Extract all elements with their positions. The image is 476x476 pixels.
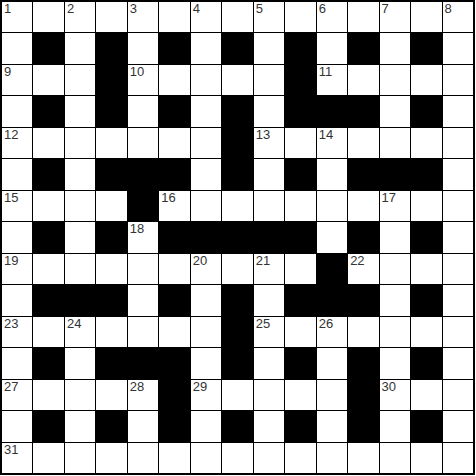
black-cell [159, 96, 189, 126]
white-cell[interactable] [128, 254, 158, 284]
white-cell[interactable] [65, 65, 95, 95]
clue-number: 4 [193, 2, 200, 16]
white-cell[interactable] [380, 65, 410, 95]
black-cell [411, 285, 441, 315]
white-cell[interactable] [411, 254, 441, 284]
white-cell[interactable] [191, 317, 221, 347]
black-cell [33, 96, 63, 126]
white-cell[interactable] [443, 348, 473, 378]
black-cell [159, 159, 189, 189]
white-cell[interactable]: 6 [317, 2, 347, 32]
white-cell[interactable] [96, 380, 126, 410]
white-cell[interactable]: 25 [254, 317, 284, 347]
white-cell[interactable] [96, 191, 126, 221]
white-cell[interactable] [65, 380, 95, 410]
clue-number: 14 [319, 128, 333, 142]
white-cell[interactable]: 21 [254, 254, 284, 284]
black-cell [159, 380, 189, 410]
black-cell [348, 159, 378, 189]
black-cell [411, 411, 441, 441]
black-cell [159, 285, 189, 315]
black-cell [285, 222, 315, 252]
white-cell[interactable] [65, 443, 95, 473]
white-cell[interactable] [285, 380, 315, 410]
white-cell[interactable] [2, 285, 32, 315]
white-cell[interactable] [317, 411, 347, 441]
white-cell[interactable]: 8 [443, 2, 473, 32]
white-cell[interactable]: 29 [191, 380, 221, 410]
black-cell [159, 411, 189, 441]
white-cell[interactable] [317, 348, 347, 378]
white-cell[interactable]: 14 [317, 128, 347, 158]
clue-number: 19 [4, 254, 18, 268]
clue-number: 13 [256, 128, 270, 142]
black-cell [222, 128, 252, 158]
white-cell[interactable] [254, 191, 284, 221]
white-cell[interactable]: 16 [159, 191, 189, 221]
white-cell[interactable] [33, 254, 63, 284]
black-cell [317, 285, 347, 315]
white-cell[interactable] [317, 191, 347, 221]
clue-number: 1 [4, 2, 11, 16]
white-cell[interactable] [191, 33, 221, 63]
white-cell[interactable] [443, 159, 473, 189]
clue-number: 15 [4, 191, 18, 205]
white-cell[interactable] [191, 159, 221, 189]
white-cell[interactable] [96, 317, 126, 347]
white-cell[interactable] [411, 2, 441, 32]
black-cell [222, 96, 252, 126]
white-cell[interactable] [348, 128, 378, 158]
black-cell [33, 411, 63, 441]
white-cell[interactable] [285, 443, 315, 473]
white-cell[interactable] [348, 65, 378, 95]
black-cell [285, 411, 315, 441]
clue-number: 8 [445, 2, 452, 16]
white-cell[interactable] [285, 2, 315, 32]
black-cell [33, 222, 63, 252]
white-cell[interactable] [65, 254, 95, 284]
white-cell[interactable]: 11 [317, 65, 347, 95]
black-cell [96, 285, 126, 315]
white-cell[interactable] [443, 33, 473, 63]
white-cell[interactable] [254, 33, 284, 63]
white-cell[interactable] [317, 159, 347, 189]
white-cell[interactable] [2, 159, 32, 189]
white-cell[interactable] [33, 2, 63, 32]
white-cell[interactable] [159, 443, 189, 473]
white-cell[interactable] [159, 254, 189, 284]
white-cell[interactable] [65, 191, 95, 221]
white-cell[interactable]: 3 [128, 2, 158, 32]
white-cell[interactable] [65, 128, 95, 158]
clue-number: 20 [193, 254, 207, 268]
white-cell[interactable] [443, 96, 473, 126]
white-cell[interactable]: 15 [2, 191, 32, 221]
black-cell [411, 222, 441, 252]
clue-number: 17 [382, 191, 396, 205]
black-cell [380, 159, 410, 189]
black-cell [96, 96, 126, 126]
clue-number: 26 [319, 317, 333, 331]
white-cell[interactable] [222, 254, 252, 284]
clue-number: 7 [382, 2, 389, 16]
black-cell [65, 285, 95, 315]
white-cell[interactable] [348, 191, 378, 221]
white-cell[interactable] [285, 317, 315, 347]
white-cell[interactable]: 20 [191, 254, 221, 284]
white-cell[interactable] [380, 96, 410, 126]
white-cell[interactable] [254, 443, 284, 473]
black-cell [411, 348, 441, 378]
white-cell[interactable]: 2 [65, 2, 95, 32]
white-cell[interactable] [65, 96, 95, 126]
white-cell[interactable] [191, 348, 221, 378]
white-cell[interactable] [411, 443, 441, 473]
white-cell[interactable] [191, 96, 221, 126]
white-cell[interactable] [65, 33, 95, 63]
white-cell[interactable] [380, 317, 410, 347]
white-cell[interactable] [443, 411, 473, 441]
white-cell[interactable] [159, 2, 189, 32]
white-cell[interactable] [159, 65, 189, 95]
white-cell[interactable]: 23 [2, 317, 32, 347]
clue-number: 24 [67, 317, 81, 331]
black-cell [222, 317, 252, 347]
white-cell[interactable] [96, 443, 126, 473]
black-cell [222, 348, 252, 378]
black-cell [317, 96, 347, 126]
white-cell[interactable] [380, 128, 410, 158]
clue-number: 30 [382, 380, 396, 394]
clue-number: 16 [161, 191, 175, 205]
black-cell [348, 348, 378, 378]
white-cell[interactable] [317, 222, 347, 252]
white-cell[interactable] [411, 191, 441, 221]
white-cell[interactable] [65, 159, 95, 189]
black-cell [159, 33, 189, 63]
black-cell [411, 33, 441, 63]
black-cell [285, 348, 315, 378]
white-cell[interactable]: 28 [128, 380, 158, 410]
black-cell [96, 411, 126, 441]
white-cell[interactable]: 10 [128, 65, 158, 95]
white-cell[interactable] [191, 128, 221, 158]
black-cell [285, 159, 315, 189]
black-cell [96, 159, 126, 189]
white-cell[interactable] [411, 317, 441, 347]
white-cell[interactable]: 22 [348, 254, 378, 284]
white-cell[interactable] [443, 285, 473, 315]
clue-number: 9 [4, 65, 11, 79]
black-cell [285, 33, 315, 63]
white-cell[interactable]: 12 [2, 128, 32, 158]
clue-number: 22 [350, 254, 364, 268]
black-cell [254, 222, 284, 252]
white-cell[interactable] [380, 254, 410, 284]
white-cell[interactable] [254, 411, 284, 441]
white-cell[interactable] [254, 159, 284, 189]
black-cell [96, 33, 126, 63]
clue-number: 21 [256, 254, 270, 268]
white-cell[interactable] [348, 317, 378, 347]
white-cell[interactable] [222, 2, 252, 32]
black-cell [33, 33, 63, 63]
white-cell[interactable]: 17 [380, 191, 410, 221]
black-cell [128, 159, 158, 189]
white-cell[interactable]: 7 [380, 2, 410, 32]
white-cell[interactable] [33, 317, 63, 347]
white-cell[interactable] [222, 380, 252, 410]
black-cell [348, 411, 378, 441]
black-cell [128, 191, 158, 221]
white-cell[interactable]: 31 [2, 443, 32, 473]
white-cell[interactable] [159, 128, 189, 158]
white-cell[interactable] [317, 33, 347, 63]
black-cell [128, 348, 158, 378]
black-cell [159, 348, 189, 378]
clue-number: 6 [319, 2, 326, 16]
white-cell[interactable] [222, 65, 252, 95]
white-cell[interactable] [96, 254, 126, 284]
black-cell [159, 222, 189, 252]
white-cell[interactable] [254, 380, 284, 410]
black-cell [96, 222, 126, 252]
white-cell[interactable]: 4 [191, 2, 221, 32]
white-cell[interactable] [254, 96, 284, 126]
white-cell[interactable] [191, 191, 221, 221]
white-cell[interactable] [443, 191, 473, 221]
white-cell[interactable] [443, 317, 473, 347]
black-cell [33, 348, 63, 378]
white-cell[interactable] [128, 33, 158, 63]
white-cell[interactable] [191, 65, 221, 95]
clue-number: 5 [256, 2, 263, 16]
white-cell[interactable]: 1 [2, 2, 32, 32]
white-cell[interactable] [128, 443, 158, 473]
black-cell [348, 222, 378, 252]
white-cell[interactable] [380, 348, 410, 378]
white-cell[interactable] [128, 96, 158, 126]
clue-number: 27 [4, 380, 18, 394]
white-cell[interactable] [191, 285, 221, 315]
white-cell[interactable] [2, 348, 32, 378]
white-cell[interactable] [443, 128, 473, 158]
white-cell[interactable] [254, 348, 284, 378]
white-cell[interactable] [443, 380, 473, 410]
white-cell[interactable] [317, 443, 347, 473]
white-cell[interactable] [128, 317, 158, 347]
black-cell [285, 285, 315, 315]
black-cell [222, 285, 252, 315]
white-cell[interactable]: 9 [2, 65, 32, 95]
white-cell[interactable] [380, 411, 410, 441]
white-cell[interactable] [65, 411, 95, 441]
white-cell[interactable] [285, 128, 315, 158]
clue-number: 23 [4, 317, 18, 331]
white-cell[interactable]: 24 [65, 317, 95, 347]
clue-number: 28 [130, 380, 144, 394]
white-cell[interactable]: 19 [2, 254, 32, 284]
black-cell [411, 159, 441, 189]
white-cell[interactable] [380, 285, 410, 315]
black-cell [348, 380, 378, 410]
white-cell[interactable] [348, 2, 378, 32]
white-cell[interactable] [443, 254, 473, 284]
crossword-grid: 1234567891011121314151617181920212223242… [0, 0, 475, 475]
clue-number: 31 [4, 443, 18, 457]
white-cell[interactable] [65, 222, 95, 252]
white-cell[interactable] [380, 443, 410, 473]
white-cell[interactable]: 5 [254, 2, 284, 32]
white-cell[interactable] [128, 128, 158, 158]
white-cell[interactable] [380, 222, 410, 252]
white-cell[interactable] [317, 380, 347, 410]
clue-number: 2 [67, 2, 74, 16]
black-cell [348, 96, 378, 126]
black-cell [222, 411, 252, 441]
white-cell[interactable] [33, 380, 63, 410]
black-cell [348, 285, 378, 315]
white-cell[interactable] [128, 285, 158, 315]
black-cell [96, 65, 126, 95]
clue-number: 3 [130, 2, 137, 16]
clue-number: 25 [256, 317, 270, 331]
white-cell[interactable]: 18 [128, 222, 158, 252]
white-cell[interactable] [33, 191, 63, 221]
white-cell[interactable] [33, 128, 63, 158]
clue-number: 11 [319, 65, 333, 79]
white-cell[interactable] [2, 33, 32, 63]
white-cell[interactable] [96, 128, 126, 158]
black-cell [411, 96, 441, 126]
white-cell[interactable] [411, 380, 441, 410]
white-cell[interactable] [65, 348, 95, 378]
white-cell[interactable] [159, 317, 189, 347]
white-cell[interactable] [2, 96, 32, 126]
clue-number: 10 [130, 65, 144, 79]
black-cell [96, 348, 126, 378]
white-cell[interactable] [254, 285, 284, 315]
black-cell [33, 159, 63, 189]
white-cell[interactable]: 13 [254, 128, 284, 158]
white-cell[interactable] [285, 191, 315, 221]
white-cell[interactable] [348, 443, 378, 473]
white-cell[interactable]: 26 [317, 317, 347, 347]
white-cell[interactable]: 30 [380, 380, 410, 410]
white-cell[interactable] [191, 443, 221, 473]
clue-number: 12 [4, 128, 18, 142]
white-cell[interactable] [128, 411, 158, 441]
black-cell [285, 96, 315, 126]
white-cell[interactable] [222, 443, 252, 473]
white-cell[interactable]: 27 [2, 380, 32, 410]
white-cell[interactable] [2, 222, 32, 252]
black-cell [222, 33, 252, 63]
white-cell[interactable] [443, 65, 473, 95]
white-cell[interactable] [443, 443, 473, 473]
black-cell [285, 65, 315, 95]
white-cell[interactable] [96, 2, 126, 32]
white-cell[interactable] [33, 443, 63, 473]
white-cell[interactable] [411, 128, 441, 158]
clue-number: 18 [130, 222, 144, 236]
white-cell[interactable] [2, 411, 32, 441]
white-cell[interactable] [380, 33, 410, 63]
white-cell[interactable] [443, 222, 473, 252]
white-cell[interactable] [254, 65, 284, 95]
black-cell [317, 254, 347, 284]
white-cell[interactable] [285, 254, 315, 284]
black-cell [222, 222, 252, 252]
black-cell [33, 285, 63, 315]
white-cell[interactable] [191, 411, 221, 441]
clue-number: 29 [193, 380, 207, 394]
black-cell [191, 222, 221, 252]
black-cell [348, 33, 378, 63]
white-cell[interactable] [411, 65, 441, 95]
white-cell[interactable] [33, 65, 63, 95]
black-cell [222, 159, 252, 189]
white-cell[interactable] [222, 191, 252, 221]
